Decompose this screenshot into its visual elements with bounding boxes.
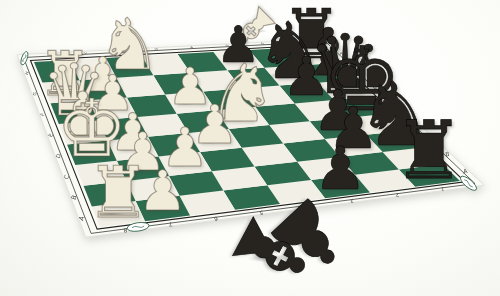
pieces-layer: ♝♜♟♞♝♞♟♛♜♟♟♚♟♛♞♟♝♟♞♟♟♚♟♟♜♟♟♜♟♝: [0, 0, 500, 296]
chess-set-product-photo: AABBCCDDEEFFGGHH8877665544332211 ♝♜♟♞♝♞♟…: [0, 0, 500, 296]
piece-white-rook-a8: ♜: [83, 157, 154, 228]
piece-black-rook-a1: ♜: [389, 111, 469, 191]
